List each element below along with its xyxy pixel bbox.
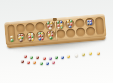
pit-top-7[interactable] xyxy=(75,19,84,28)
bead xyxy=(90,22,93,25)
pit-top-3[interactable] xyxy=(35,22,44,31)
loose-bead[interactable] xyxy=(89,52,92,55)
loose-bead[interactable] xyxy=(36,56,39,59)
loose-bead[interactable] xyxy=(49,57,52,60)
loose-bead[interactable] xyxy=(97,52,100,55)
bead xyxy=(60,26,63,29)
store-right[interactable] xyxy=(95,17,104,36)
pit-bottom-7[interactable] xyxy=(76,28,85,37)
pit-bottom-5[interactable] xyxy=(56,30,65,39)
pit-top-2[interactable] xyxy=(26,23,35,32)
bead xyxy=(50,36,53,39)
loose-bead[interactable] xyxy=(43,57,46,60)
pit-bottom-2[interactable] xyxy=(26,32,35,41)
loose-bead[interactable] xyxy=(33,61,36,64)
photo-scene xyxy=(0,0,113,83)
pit-top-8[interactable] xyxy=(85,18,94,27)
hinge-latch xyxy=(52,18,56,21)
loose-bead[interactable] xyxy=(27,61,30,64)
pit-top-5[interactable] xyxy=(55,20,64,29)
loose-bead[interactable] xyxy=(52,61,55,64)
pit-top-1[interactable] xyxy=(16,24,25,33)
store-left[interactable] xyxy=(7,25,16,44)
loose-bead[interactable] xyxy=(61,56,64,59)
loose-bead[interactable] xyxy=(24,55,27,58)
bead xyxy=(20,39,23,42)
bead xyxy=(49,27,52,30)
loose-bead[interactable] xyxy=(82,53,85,56)
loose-bead[interactable] xyxy=(21,60,24,63)
pit-bottom-6[interactable] xyxy=(66,29,75,38)
pit-bottom-8[interactable] xyxy=(86,27,95,36)
pit-bottom-1[interactable] xyxy=(17,33,26,42)
bead xyxy=(31,38,34,41)
pit-bottom-3[interactable] xyxy=(36,31,45,40)
loose-bead[interactable] xyxy=(55,56,58,59)
bead xyxy=(10,39,13,42)
bead xyxy=(41,37,44,40)
loose-bead[interactable] xyxy=(40,62,43,65)
loose-bead[interactable] xyxy=(67,55,70,58)
loose-bead[interactable] xyxy=(46,62,49,65)
loose-bead[interactable] xyxy=(30,56,33,59)
loose-bead[interactable] xyxy=(75,54,78,57)
pit-top-6[interactable] xyxy=(65,19,74,28)
bead xyxy=(69,25,72,28)
